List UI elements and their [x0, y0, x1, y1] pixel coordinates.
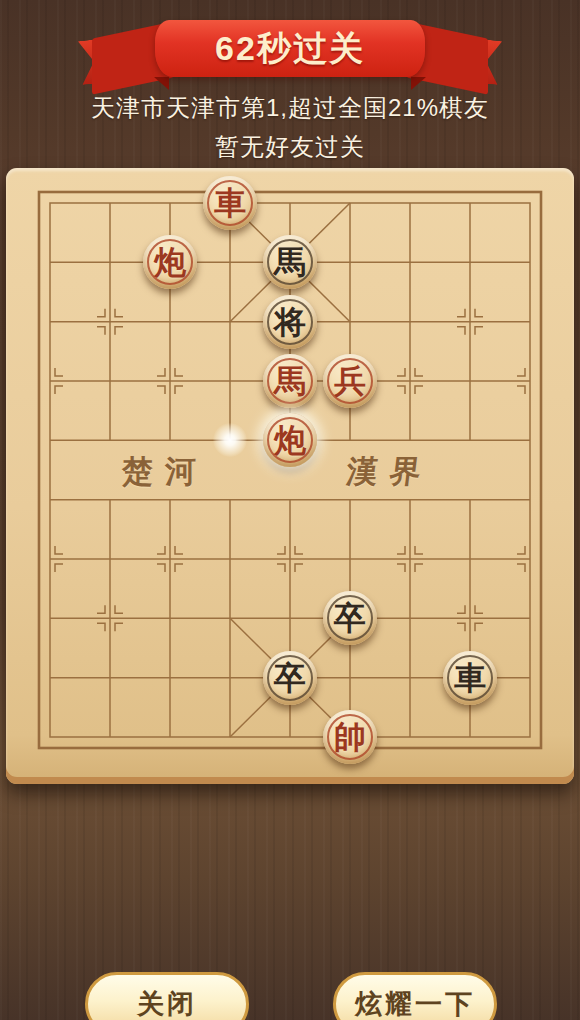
- clear-time-title: 62秒过关: [215, 26, 365, 72]
- piece-red-chariot[interactable]: 車: [203, 176, 257, 230]
- piece-glyph: 卒: [334, 602, 366, 634]
- show-off-button[interactable]: 炫耀一下: [333, 972, 497, 1020]
- friends-status-text: 暂无好友过关: [0, 131, 580, 163]
- ribbon-fold-left-icon: [154, 77, 169, 90]
- piece-black-soldier[interactable]: 卒: [323, 591, 377, 645]
- xiangqi-board: 楚河 漢界 車炮馬将馬兵炮卒卒車帥: [6, 168, 574, 784]
- piece-glyph: 炮: [154, 246, 186, 278]
- piece-glyph: 将: [274, 306, 306, 338]
- piece-red-cannon[interactable]: 炮: [263, 413, 317, 467]
- piece-glyph: 兵: [334, 365, 366, 397]
- close-button[interactable]: 关闭: [85, 972, 249, 1020]
- ranking-text: 天津市天津市第1,超过全国21%棋友: [0, 92, 580, 124]
- piece-red-general[interactable]: 帥: [323, 710, 377, 764]
- river-label-chu: 楚河: [85, 451, 245, 489]
- piece-glyph: 馬: [274, 365, 306, 397]
- result-ribbon: 62秒过关: [78, 16, 502, 104]
- piece-red-cannon[interactable]: 炮: [143, 235, 197, 289]
- piece-glyph: 車: [454, 662, 486, 694]
- screen: 62秒过关 天津市天津市第1,超过全国21%棋友 暂无好友过关 楚河 漢界 車炮…: [0, 0, 580, 1020]
- river-label-han: 漢界: [308, 451, 473, 489]
- piece-black-general[interactable]: 将: [263, 295, 317, 349]
- piece-glyph: 炮: [274, 424, 306, 456]
- piece-glyph: 車: [214, 187, 246, 219]
- piece-black-horse[interactable]: 馬: [263, 235, 317, 289]
- piece-glyph: 馬: [274, 246, 306, 278]
- piece-glyph: 帥: [334, 721, 366, 753]
- piece-red-soldier[interactable]: 兵: [323, 354, 377, 408]
- piece-glyph: 卒: [274, 662, 306, 694]
- piece-red-horse[interactable]: 馬: [263, 354, 317, 408]
- ribbon-band: 62秒过关: [155, 20, 425, 77]
- piece-black-chariot[interactable]: 車: [443, 651, 497, 705]
- ribbon-fold-right-icon: [411, 77, 426, 90]
- piece-black-soldier[interactable]: 卒: [263, 651, 317, 705]
